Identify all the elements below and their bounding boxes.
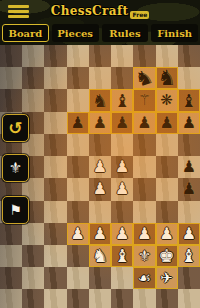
board-square[interactable]	[178, 289, 200, 308]
board-square[interactable]	[111, 289, 133, 308]
board-square[interactable]: ♟	[133, 223, 155, 245]
board-square[interactable]	[44, 89, 66, 111]
white-pawn: ♟	[71, 226, 85, 242]
board-square[interactable]: ♝	[178, 245, 200, 267]
board-square[interactable]	[89, 134, 111, 156]
free-badge: Free	[130, 11, 149, 19]
black-pawn: ♟	[93, 115, 107, 131]
board-square[interactable]	[133, 178, 155, 200]
white-bishop: ♝	[114, 247, 130, 265]
undo-icon: ↺	[8, 120, 22, 137]
board-square[interactable]	[44, 112, 66, 134]
white-swirl-piece: ☙	[138, 271, 151, 286]
board-square[interactable]: ♟	[111, 223, 133, 245]
white-pawn: ♟	[115, 226, 129, 242]
black-pawn: ♟	[115, 115, 129, 131]
board-square[interactable]: ♝	[178, 89, 200, 111]
board-square[interactable]	[44, 67, 66, 89]
black-winged-dragon: ♞	[133, 66, 156, 91]
board-square[interactable]	[0, 245, 22, 267]
board-square[interactable]	[67, 201, 89, 223]
board-square[interactable]: ♟	[89, 112, 111, 134]
board-square[interactable]: ♟	[111, 178, 133, 200]
board-square[interactable]	[0, 45, 22, 67]
board-square[interactable]	[22, 67, 44, 89]
board-square[interactable]	[0, 89, 22, 111]
board-square[interactable]: ♟	[156, 112, 178, 134]
board-square[interactable]: ♝	[111, 89, 133, 111]
tab-rules[interactable]: Rules	[102, 24, 149, 42]
white-knight: ♞	[92, 247, 108, 265]
black-dragon-head: ♞	[157, 68, 176, 89]
flag-icon: ⚑	[9, 203, 22, 217]
board-square[interactable]: ♞	[133, 67, 155, 89]
board-square[interactable]	[156, 45, 178, 67]
white-pawn: ♟	[115, 159, 129, 175]
black-pawn: ♟	[182, 159, 196, 175]
board-square[interactable]	[89, 289, 111, 308]
board: ♞♞♞♝⚚❋♝♟♟♟♟♟♟♟♟♟♟♟♟♟♟♟♟♟♟♞♝⚜♚♝☙✈	[0, 45, 200, 308]
white-pawn: ♟	[159, 226, 173, 242]
board-square[interactable]: ♞	[156, 67, 178, 89]
tab-bar: Board Pieces Rules Finish	[0, 23, 200, 44]
flag-button[interactable]: ⚑	[2, 196, 29, 224]
board-square[interactable]	[44, 223, 66, 245]
board-square[interactable]	[111, 45, 133, 67]
board-square[interactable]	[0, 289, 22, 308]
board-square[interactable]: ♟	[178, 112, 200, 134]
board-square[interactable]: ♟	[111, 156, 133, 178]
white-pegasus-piece: ✈	[160, 271, 173, 286]
white-pawn: ♟	[93, 181, 107, 197]
white-pawn: ♟	[137, 226, 151, 242]
board-square[interactable]: ❋	[156, 89, 178, 111]
board-square[interactable]	[22, 245, 44, 267]
board-square[interactable]	[67, 178, 89, 200]
board-square[interactable]	[22, 289, 44, 308]
board-square[interactable]	[0, 67, 22, 89]
board-square[interactable]	[67, 289, 89, 308]
board-square[interactable]	[156, 134, 178, 156]
board-square[interactable]: ♟	[89, 178, 111, 200]
black-pawn: ♟	[71, 115, 85, 131]
board-square[interactable]: ♟	[178, 178, 200, 200]
white-pawn: ♟	[182, 226, 196, 242]
board-square[interactable]: ♟	[178, 156, 200, 178]
white-pawn: ♟	[93, 226, 107, 242]
board-square[interactable]	[133, 289, 155, 308]
board-square[interactable]	[67, 89, 89, 111]
board-square[interactable]	[89, 45, 111, 67]
black-bishop: ♝	[181, 92, 197, 110]
board-square[interactable]	[44, 289, 66, 308]
board-square[interactable]: ⚚	[133, 89, 155, 111]
white-king: ♚	[159, 247, 175, 265]
black-medusa-piece: ❋	[160, 93, 173, 108]
black-pawn: ♟	[182, 181, 196, 197]
board-square[interactable]	[89, 67, 111, 89]
board-square[interactable]	[67, 67, 89, 89]
board-square[interactable]	[178, 201, 200, 223]
black-pawn: ♟	[137, 115, 151, 131]
undo-button[interactable]: ↺	[2, 114, 29, 142]
tab-pieces[interactable]: Pieces	[52, 24, 99, 42]
board-square[interactable]: ♟	[178, 223, 200, 245]
board-square[interactable]: ☙	[133, 267, 155, 289]
board-square[interactable]	[44, 201, 66, 223]
app-bar: ChessCraft Free	[0, 0, 200, 22]
title-row: ChessCraft Free	[0, 0, 200, 22]
board-square[interactable]	[178, 267, 200, 289]
black-pawn: ♟	[159, 115, 173, 131]
board-square[interactable]: ♞	[89, 245, 111, 267]
board-square[interactable]	[67, 134, 89, 156]
board-square[interactable]	[22, 223, 44, 245]
board-square[interactable]	[89, 267, 111, 289]
board-square[interactable]	[111, 267, 133, 289]
board-square[interactable]	[67, 45, 89, 67]
board-square[interactable]	[44, 45, 66, 67]
white-angel-piece: ⚜	[138, 249, 151, 264]
board-square[interactable]	[22, 45, 44, 67]
board-square[interactable]	[44, 178, 66, 200]
board-square[interactable]	[156, 289, 178, 308]
board-square[interactable]: ♟	[89, 223, 111, 245]
board-square[interactable]: ♟	[111, 112, 133, 134]
tab-board[interactable]: Board	[2, 24, 49, 42]
black-knight: ♞	[92, 92, 108, 110]
board-square[interactable]	[178, 67, 200, 89]
board-square[interactable]	[156, 178, 178, 200]
board-square[interactable]: ♚	[156, 245, 178, 267]
board-square[interactable]	[178, 45, 200, 67]
board-square[interactable]	[67, 267, 89, 289]
black-bishop: ♝	[114, 92, 130, 110]
tab-finish[interactable]: Finish	[151, 24, 198, 42]
white-pawn: ♟	[115, 181, 129, 197]
board-square[interactable]	[44, 245, 66, 267]
board-square[interactable]	[111, 201, 133, 223]
selected-piece-button[interactable]: ⚜	[2, 154, 29, 182]
board-square[interactable]	[0, 267, 22, 289]
board-square[interactable]: ♞	[89, 89, 111, 111]
board-square[interactable]	[156, 156, 178, 178]
board-square[interactable]	[0, 223, 22, 245]
board-square[interactable]: ♟	[156, 223, 178, 245]
black-pawn: ♟	[182, 115, 196, 131]
board-square[interactable]	[178, 134, 200, 156]
board-square[interactable]	[133, 134, 155, 156]
board-square[interactable]	[133, 156, 155, 178]
board-square[interactable]	[156, 201, 178, 223]
board-square[interactable]	[22, 267, 44, 289]
board-square[interactable]	[44, 267, 66, 289]
board-square[interactable]: ♟	[67, 223, 89, 245]
board-square[interactable]	[111, 67, 133, 89]
board-square[interactable]	[67, 156, 89, 178]
app-title: ChessCraft	[51, 4, 129, 18]
board-square[interactable]: ⚜	[133, 245, 155, 267]
white-pawn: ♟	[93, 159, 107, 175]
board-square[interactable]: ♟	[133, 112, 155, 134]
board-square[interactable]: ✈	[156, 267, 178, 289]
chesscraft-app: ChessCraft Free Board Pieces Rules Finis…	[0, 0, 200, 308]
board-square[interactable]: ♝	[111, 245, 133, 267]
white-bishop: ♝	[181, 247, 197, 265]
angel-piece-icon: ⚜	[9, 161, 22, 176]
board-square[interactable]	[111, 134, 133, 156]
black-staff-piece: ⚚	[138, 93, 151, 108]
board-square[interactable]: ♟	[89, 156, 111, 178]
board-square[interactable]	[67, 245, 89, 267]
board-square[interactable]	[44, 156, 66, 178]
board-square[interactable]	[133, 201, 155, 223]
board-square[interactable]	[22, 89, 44, 111]
board-square[interactable]	[89, 201, 111, 223]
board-square[interactable]	[44, 134, 66, 156]
board-square[interactable]: ♟	[67, 112, 89, 134]
